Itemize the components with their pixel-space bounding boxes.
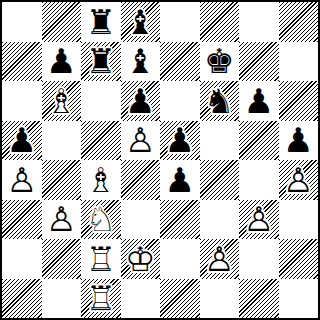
piece-black-bishop[interactable]: ♝♝ — [121, 2, 161, 42]
square-a7[interactable] — [2, 42, 42, 82]
piece-white-knight[interactable]: ♞♘ — [81, 200, 121, 240]
piece-glyph: ♙ — [2, 160, 42, 200]
piece-glyph: ♙ — [239, 200, 279, 240]
square-d5[interactable]: ♟♙ — [121, 121, 161, 161]
piece-black-pawn[interactable]: ♟♟ — [160, 160, 200, 200]
piece-glyph: ♟ — [279, 121, 319, 161]
square-e2[interactable] — [160, 239, 200, 279]
square-e1[interactable] — [160, 279, 200, 319]
square-c6[interactable] — [81, 81, 121, 121]
piece-white-pawn[interactable]: ♟♙ — [239, 200, 279, 240]
square-a5[interactable]: ♟♟ — [2, 121, 42, 161]
square-a8[interactable] — [2, 2, 42, 42]
square-d3[interactable] — [121, 200, 161, 240]
square-h2[interactable] — [279, 239, 319, 279]
piece-black-knight[interactable]: ♞♞ — [200, 81, 240, 121]
piece-glyph: ♗ — [42, 81, 82, 121]
piece-glyph: ♜ — [81, 42, 121, 82]
piece-black-rook[interactable]: ♜♜ — [81, 2, 121, 42]
square-b7[interactable]: ♟♟ — [42, 42, 82, 82]
piece-white-pawn[interactable]: ♟♙ — [279, 160, 319, 200]
square-f4[interactable] — [200, 160, 240, 200]
square-h8[interactable] — [279, 2, 319, 42]
square-b6[interactable]: ♝♗ — [42, 81, 82, 121]
piece-white-rook[interactable]: ♜♖ — [81, 279, 121, 319]
piece-white-bishop[interactable]: ♝♗ — [42, 81, 82, 121]
piece-white-pawn[interactable]: ♟♙ — [200, 239, 240, 279]
square-e7[interactable] — [160, 42, 200, 82]
square-h6[interactable] — [279, 81, 319, 121]
piece-black-pawn[interactable]: ♟♟ — [160, 121, 200, 161]
square-b5[interactable] — [42, 121, 82, 161]
square-e3[interactable] — [160, 200, 200, 240]
piece-white-pawn[interactable]: ♟♙ — [2, 160, 42, 200]
square-f8[interactable] — [200, 2, 240, 42]
square-c3[interactable]: ♞♘ — [81, 200, 121, 240]
piece-glyph: ♝ — [121, 2, 161, 42]
square-d7[interactable]: ♝♝ — [121, 42, 161, 82]
square-c8[interactable]: ♜♜ — [81, 2, 121, 42]
square-a1[interactable] — [2, 279, 42, 319]
piece-black-pawn[interactable]: ♟♟ — [42, 42, 82, 82]
square-b2[interactable] — [42, 239, 82, 279]
piece-white-pawn[interactable]: ♟♙ — [121, 121, 161, 161]
piece-glyph: ♞ — [200, 81, 240, 121]
square-a6[interactable] — [2, 81, 42, 121]
square-e5[interactable]: ♟♟ — [160, 121, 200, 161]
square-f1[interactable] — [200, 279, 240, 319]
square-e4[interactable]: ♟♟ — [160, 160, 200, 200]
piece-glyph: ♙ — [42, 200, 82, 240]
piece-white-rook[interactable]: ♜♖ — [81, 239, 121, 279]
square-h4[interactable]: ♟♙ — [279, 160, 319, 200]
piece-white-pawn[interactable]: ♟♙ — [42, 200, 82, 240]
square-b4[interactable] — [42, 160, 82, 200]
piece-black-bishop[interactable]: ♝♝ — [121, 42, 161, 82]
square-f3[interactable] — [200, 200, 240, 240]
square-a3[interactable] — [2, 200, 42, 240]
square-c2[interactable]: ♜♖ — [81, 239, 121, 279]
piece-white-bishop[interactable]: ♝♗ — [81, 160, 121, 200]
square-b3[interactable]: ♟♙ — [42, 200, 82, 240]
square-e8[interactable] — [160, 2, 200, 42]
piece-glyph: ♟ — [239, 81, 279, 121]
piece-black-pawn[interactable]: ♟♟ — [279, 121, 319, 161]
square-h7[interactable] — [279, 42, 319, 82]
square-h5[interactable]: ♟♟ — [279, 121, 319, 161]
square-d6[interactable]: ♟♟ — [121, 81, 161, 121]
square-f7[interactable]: ♚♚ — [200, 42, 240, 82]
square-e6[interactable] — [160, 81, 200, 121]
square-c7[interactable]: ♜♜ — [81, 42, 121, 82]
piece-black-pawn[interactable]: ♟♟ — [2, 121, 42, 161]
chess-board: ♜♜♝♝♟♟♜♜♝♝♚♚♝♗♟♟♞♞♟♟♟♟♟♙♟♟♟♟♟♙♝♗♟♟♟♙♟♙♞♘… — [0, 0, 320, 320]
piece-glyph: ♖ — [81, 279, 121, 319]
square-f2[interactable]: ♟♙ — [200, 239, 240, 279]
square-d2[interactable]: ♚♔ — [121, 239, 161, 279]
piece-glyph: ♟ — [42, 42, 82, 82]
piece-glyph: ♜ — [81, 2, 121, 42]
piece-black-pawn[interactable]: ♟♟ — [121, 81, 161, 121]
square-c1[interactable]: ♜♖ — [81, 279, 121, 319]
square-a2[interactable] — [2, 239, 42, 279]
square-b1[interactable] — [42, 279, 82, 319]
piece-glyph: ♙ — [121, 121, 161, 161]
piece-glyph: ♗ — [81, 160, 121, 200]
square-a4[interactable]: ♟♙ — [2, 160, 42, 200]
square-d8[interactable]: ♝♝ — [121, 2, 161, 42]
piece-black-rook[interactable]: ♜♜ — [81, 42, 121, 82]
square-g5[interactable] — [239, 121, 279, 161]
piece-black-pawn[interactable]: ♟♟ — [239, 81, 279, 121]
square-g4[interactable] — [239, 160, 279, 200]
square-g8[interactable] — [239, 2, 279, 42]
square-f5[interactable] — [200, 121, 240, 161]
piece-black-king[interactable]: ♚♚ — [200, 42, 240, 82]
piece-glyph: ♔ — [121, 239, 161, 279]
piece-white-king[interactable]: ♚♔ — [121, 239, 161, 279]
piece-glyph: ♙ — [200, 239, 240, 279]
piece-glyph: ♟ — [160, 160, 200, 200]
square-c4[interactable]: ♝♗ — [81, 160, 121, 200]
square-d1[interactable] — [121, 279, 161, 319]
piece-glyph: ♟ — [121, 81, 161, 121]
piece-glyph: ♘ — [81, 200, 121, 240]
square-c5[interactable] — [81, 121, 121, 161]
piece-glyph: ♙ — [279, 160, 319, 200]
square-b8[interactable] — [42, 2, 82, 42]
piece-glyph: ♟ — [160, 121, 200, 161]
square-h3[interactable] — [279, 200, 319, 240]
piece-glyph: ♝ — [121, 42, 161, 82]
piece-glyph: ♟ — [2, 121, 42, 161]
piece-glyph: ♖ — [81, 239, 121, 279]
square-g3[interactable]: ♟♙ — [239, 200, 279, 240]
square-f6[interactable]: ♞♞ — [200, 81, 240, 121]
square-g7[interactable] — [239, 42, 279, 82]
piece-glyph: ♚ — [200, 42, 240, 82]
square-h1[interactable] — [279, 279, 319, 319]
square-g1[interactable] — [239, 279, 279, 319]
square-d4[interactable] — [121, 160, 161, 200]
square-g2[interactable] — [239, 239, 279, 279]
square-g6[interactable]: ♟♟ — [239, 81, 279, 121]
